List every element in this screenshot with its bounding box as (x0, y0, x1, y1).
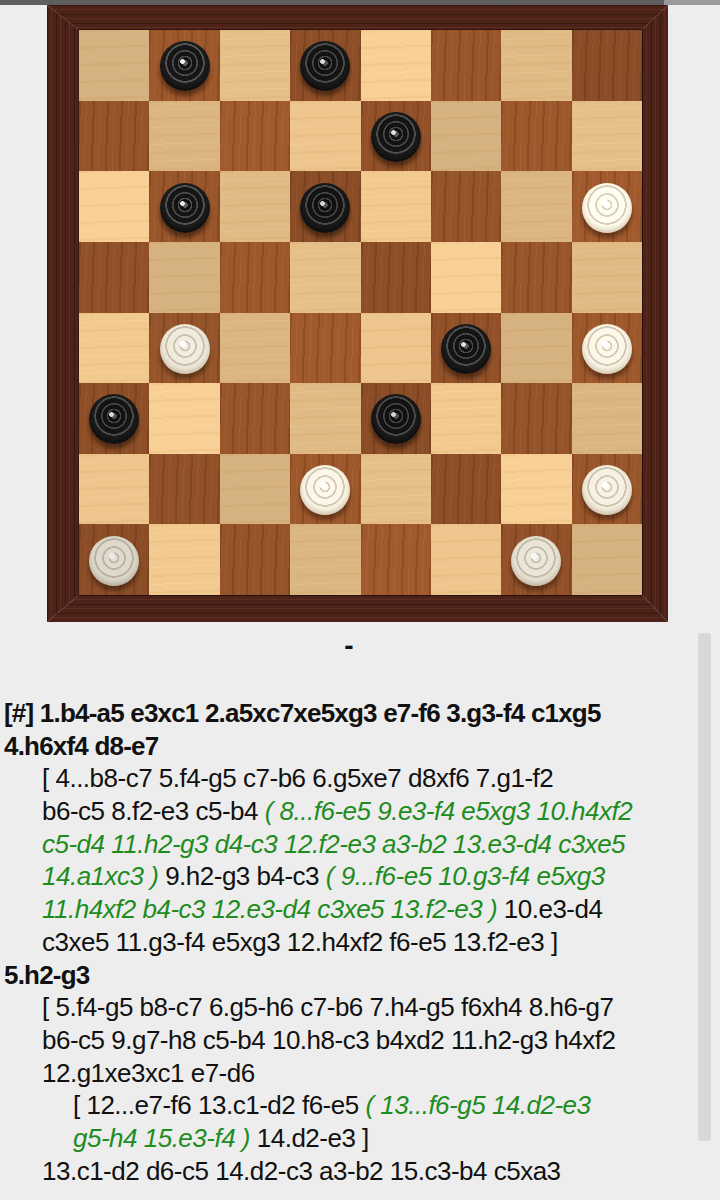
square-f6[interactable] (431, 171, 501, 242)
black-checker-b8[interactable] (160, 41, 210, 91)
move-run[interactable]: [ 12...e7-f6 13.c1-d2 f6-e5 (73, 1090, 365, 1120)
move-run[interactable]: b6-c5 9.g7-h8 c5-b4 10.h8-c3 b4xd2 11.h2… (42, 1025, 615, 1055)
square-d4[interactable] (290, 313, 360, 384)
square-h6[interactable] (572, 171, 642, 242)
square-e4[interactable] (361, 313, 431, 384)
square-c2[interactable] (220, 454, 290, 525)
square-c5[interactable] (220, 242, 290, 313)
black-checker-a3[interactable] (89, 394, 139, 444)
square-e7[interactable] (361, 101, 431, 172)
white-checker-h2[interactable] (582, 465, 632, 515)
square-b7[interactable] (149, 101, 219, 172)
move-run[interactable]: 5.h2-g3 (4, 960, 89, 990)
move-run[interactable]: ( 8...f6-e5 9.e3-f4 e5xg3 10.h4xf2 (265, 796, 632, 826)
notation-line: b6-c5 9.g7-h8 c5-b4 10.h8-c3 b4xd2 11.h2… (0, 1024, 697, 1057)
square-a7[interactable] (79, 101, 149, 172)
square-d1[interactable] (290, 524, 360, 595)
square-a6[interactable] (79, 171, 149, 242)
square-e2[interactable] (361, 454, 431, 525)
notation-line: 5.h2-g3 (0, 959, 697, 992)
square-g7[interactable] (501, 101, 571, 172)
notation-panel: [#] 1.b4-a5 e3xc1 2.a5xc7xe5xg3 e7-f6 3.… (0, 697, 697, 1187)
square-e5[interactable] (361, 242, 431, 313)
notation-line: [ 4...b8-c7 5.f4-g5 c7-b6 6.g5xe7 d8xf6 … (0, 762, 697, 795)
square-e1[interactable] (361, 524, 431, 595)
square-d5[interactable] (290, 242, 360, 313)
square-h7[interactable] (572, 101, 642, 172)
black-checker-e7[interactable] (371, 112, 421, 162)
notation-line: c3xe5 11.g3-f4 e5xg3 12.h4xf2 f6-e5 13.f… (0, 926, 697, 959)
square-d8[interactable] (290, 30, 360, 101)
square-h8[interactable] (572, 30, 642, 101)
square-a3[interactable] (79, 383, 149, 454)
square-g3[interactable] (501, 383, 571, 454)
square-c4[interactable] (220, 313, 290, 384)
square-h5[interactable] (572, 242, 642, 313)
square-d2[interactable] (290, 454, 360, 525)
square-c8[interactable] (220, 30, 290, 101)
square-f7[interactable] (431, 101, 501, 172)
square-h1[interactable] (572, 524, 642, 595)
square-f1[interactable] (431, 524, 501, 595)
move-run[interactable]: 14.a1xc3 ) (42, 861, 165, 891)
notation-line: b6-c5 8.f2-e3 c5-b4 ( 8...f6-e5 9.e3-f4 … (0, 795, 697, 828)
notation-line: g5-h4 15.e3-f4 ) 14.d2-e3 ] (0, 1122, 697, 1155)
square-e8[interactable] (361, 30, 431, 101)
square-b2[interactable] (149, 454, 219, 525)
black-checker-e3[interactable] (371, 394, 421, 444)
square-b3[interactable] (149, 383, 219, 454)
move-run[interactable]: c3xe5 11.g3-f4 e5xg3 12.h4xf2 f6-e5 13.f… (42, 927, 558, 957)
square-h2[interactable] (572, 454, 642, 525)
move-run[interactable]: [ 5.f4-g5 b8-c7 6.g5-h6 c7-b6 7.h4-g5 f6… (42, 992, 613, 1022)
square-h4[interactable] (572, 313, 642, 384)
move-run[interactable]: g5-h4 15.e3-f4 ) (73, 1123, 257, 1153)
moves-header-dash: - (0, 631, 709, 661)
square-c3[interactable] (220, 383, 290, 454)
notation-line: c5-d4 11.h2-g3 d4-c3 12.f2-e3 a3-b2 13.e… (0, 828, 697, 861)
notation-line: [#] 1.b4-a5 e3xc1 2.a5xc7xe5xg3 e7-f6 3.… (0, 697, 697, 730)
notation-line: [ 12...e7-f6 13.c1-d2 f6-e5 ( 13...f6-g5… (0, 1089, 697, 1122)
notation-line: 4.h6xf4 d8-e7 (0, 730, 697, 763)
square-h3[interactable] (572, 383, 642, 454)
square-d6[interactable] (290, 171, 360, 242)
square-a1[interactable] (79, 524, 149, 595)
square-b6[interactable] (149, 171, 219, 242)
white-checker-d2[interactable] (300, 465, 350, 515)
notation-line: [ 5.f4-g5 b8-c7 6.g5-h6 c7-b6 7.h4-g5 f6… (0, 991, 697, 1024)
square-g5[interactable] (501, 242, 571, 313)
board-frame-left (47, 5, 79, 622)
black-checker-d8[interactable] (300, 41, 350, 91)
white-checker-a1[interactable] (89, 536, 139, 586)
square-f5[interactable] (431, 242, 501, 313)
move-run[interactable]: 14.d2-e3 ] (257, 1123, 369, 1153)
square-g4[interactable] (501, 313, 571, 384)
square-f4[interactable] (431, 313, 501, 384)
move-run[interactable]: 9.h2-g3 b4-c3 (165, 861, 326, 891)
square-c7[interactable] (220, 101, 290, 172)
notation-line: 11.h4xf2 b4-c3 12.e3-d4 c3xe5 13.f2-e3 )… (0, 893, 697, 926)
square-a2[interactable] (79, 454, 149, 525)
square-b4[interactable] (149, 313, 219, 384)
square-f8[interactable] (431, 30, 501, 101)
square-g2[interactable] (501, 454, 571, 525)
board-frame-right (642, 5, 668, 622)
square-g8[interactable] (501, 30, 571, 101)
move-run[interactable]: c5-d4 11.h2-g3 d4-c3 12.f2-e3 a3-b2 13.e… (42, 829, 625, 859)
white-checker-g1[interactable] (511, 536, 561, 586)
scrollbar-thumb[interactable] (698, 633, 711, 1141)
board-frame-top (47, 5, 668, 30)
square-g6[interactable] (501, 171, 571, 242)
square-e3[interactable] (361, 383, 431, 454)
square-a5[interactable] (79, 242, 149, 313)
move-run[interactable]: ( 9...f6-e5 10.g3-f4 e5xg3 (326, 861, 605, 891)
move-run[interactable]: 10.e3-d4 (504, 894, 603, 924)
black-checker-f4[interactable] (441, 324, 491, 374)
move-run[interactable]: [#] 1.b4-a5 e3xc1 2.a5xc7xe5xg3 e7-f6 3.… (4, 698, 601, 728)
checkers-board (47, 5, 668, 622)
square-c6[interactable] (220, 171, 290, 242)
white-checker-b4[interactable] (160, 324, 210, 374)
square-d7[interactable] (290, 101, 360, 172)
square-a4[interactable] (79, 313, 149, 384)
move-run[interactable]: 13.c1-d2 d6-c5 14.d2-c3 a3-b2 15.c3-b4 c… (42, 1156, 561, 1186)
black-checker-d6[interactable] (300, 183, 350, 233)
board-grid (79, 30, 642, 595)
notation-line: 12.g1xe3xc1 e7-d6 (0, 1057, 697, 1090)
board-frame-bottom (47, 595, 668, 622)
white-checker-h4[interactable] (582, 324, 632, 374)
move-run[interactable]: 12.g1xe3xc1 e7-d6 (42, 1058, 255, 1088)
move-run[interactable]: 11.h4xf2 b4-c3 12.e3-d4 c3xe5 13.f2-e3 ) (42, 894, 504, 924)
square-b1[interactable] (149, 524, 219, 595)
square-g1[interactable] (501, 524, 571, 595)
move-run[interactable]: b6-c5 8.f2-e3 c5-b4 (42, 796, 265, 826)
square-e6[interactable] (361, 171, 431, 242)
square-a8[interactable] (79, 30, 149, 101)
square-f2[interactable] (431, 454, 501, 525)
move-run[interactable]: [ 4...b8-c7 5.f4-g5 c7-b6 6.g5xe7 d8xf6 … (42, 763, 553, 793)
white-checker-h6[interactable] (582, 183, 632, 233)
notation-line: 14.a1xc3 ) 9.h2-g3 b4-c3 ( 9...f6-e5 10.… (0, 860, 697, 893)
square-c1[interactable] (220, 524, 290, 595)
square-d3[interactable] (290, 383, 360, 454)
move-run[interactable]: ( 13...f6-g5 14.d2-e3 (365, 1090, 590, 1120)
square-b5[interactable] (149, 242, 219, 313)
square-f3[interactable] (431, 383, 501, 454)
square-b8[interactable] (149, 30, 219, 101)
move-run[interactable]: 4.h6xf4 d8-e7 (4, 731, 158, 761)
notation-line: 13.c1-d2 d6-c5 14.d2-c3 a3-b2 15.c3-b4 c… (0, 1155, 697, 1188)
black-checker-b6[interactable] (160, 183, 210, 233)
